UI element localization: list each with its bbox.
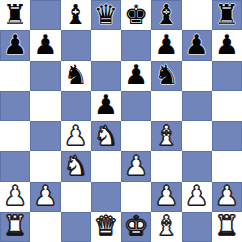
square-g2[interactable]: ♟ <box>182 182 212 212</box>
square-h7[interactable]: ♟ <box>212 30 242 60</box>
square-c3[interactable]: ♞ <box>61 151 91 181</box>
white-pawn[interactable]: ♟ <box>33 182 57 209</box>
square-h6[interactable] <box>212 61 242 91</box>
square-g1[interactable] <box>182 212 212 242</box>
square-a2[interactable]: ♟ <box>0 182 30 212</box>
square-f2[interactable]: ♟ <box>151 182 181 212</box>
black-knight[interactable]: ♞ <box>64 61 88 88</box>
square-g4[interactable] <box>182 121 212 151</box>
square-e5[interactable] <box>121 91 151 121</box>
square-c6[interactable]: ♞ <box>61 61 91 91</box>
square-b2[interactable]: ♟ <box>30 182 60 212</box>
black-bishop[interactable]: ♝ <box>154 1 178 28</box>
square-g5[interactable] <box>182 91 212 121</box>
black-pawn[interactable]: ♟ <box>3 31 27 58</box>
square-h3[interactable] <box>212 151 242 181</box>
white-pawn[interactable]: ♟ <box>124 152 148 179</box>
white-rook[interactable]: ♜ <box>215 212 239 239</box>
square-b4[interactable] <box>30 121 60 151</box>
square-a7[interactable]: ♟ <box>0 30 30 60</box>
black-queen[interactable]: ♛ <box>94 1 118 28</box>
square-h5[interactable] <box>212 91 242 121</box>
white-bishop[interactable]: ♝ <box>154 122 178 149</box>
black-pawn[interactable]: ♟ <box>185 31 209 58</box>
square-a1[interactable]: ♜ <box>0 212 30 242</box>
square-b8[interactable] <box>30 0 60 30</box>
square-g8[interactable] <box>182 0 212 30</box>
square-g3[interactable] <box>182 151 212 181</box>
black-knight[interactable]: ♞ <box>154 61 178 88</box>
square-f3[interactable] <box>151 151 181 181</box>
square-f1[interactable]: ♝ <box>151 212 181 242</box>
square-f4[interactable]: ♝ <box>151 121 181 151</box>
square-d6[interactable] <box>91 61 121 91</box>
square-d1[interactable]: ♛ <box>91 212 121 242</box>
square-f6[interactable]: ♞ <box>151 61 181 91</box>
square-c5[interactable] <box>61 91 91 121</box>
white-pawn[interactable]: ♟ <box>3 182 27 209</box>
square-h8[interactable]: ♜ <box>212 0 242 30</box>
square-b7[interactable]: ♟ <box>30 30 60 60</box>
square-d7[interactable] <box>91 30 121 60</box>
black-bishop[interactable]: ♝ <box>64 1 88 28</box>
square-f7[interactable]: ♟ <box>151 30 181 60</box>
square-d3[interactable] <box>91 151 121 181</box>
square-c1[interactable] <box>61 212 91 242</box>
square-b3[interactable] <box>30 151 60 181</box>
black-pawn[interactable]: ♟ <box>124 61 148 88</box>
black-pawn[interactable]: ♟ <box>94 91 118 118</box>
square-e7[interactable] <box>121 30 151 60</box>
square-a3[interactable] <box>0 151 30 181</box>
square-a8[interactable]: ♜ <box>0 0 30 30</box>
square-d5[interactable]: ♟ <box>91 91 121 121</box>
square-f5[interactable] <box>151 91 181 121</box>
square-g6[interactable] <box>182 61 212 91</box>
square-a6[interactable] <box>0 61 30 91</box>
square-b1[interactable] <box>30 212 60 242</box>
square-e6[interactable]: ♟ <box>121 61 151 91</box>
white-king[interactable]: ♚ <box>124 212 148 239</box>
chess-board: ♜♝♛♚♝♜♟♟♟♟♟♞♟♞♟♟♞♝♞♟♟♟♟♟♟♜♛♚♝♜ <box>0 0 242 242</box>
square-d8[interactable]: ♛ <box>91 0 121 30</box>
black-pawn[interactable]: ♟ <box>215 31 239 58</box>
square-d2[interactable] <box>91 182 121 212</box>
square-e2[interactable] <box>121 182 151 212</box>
square-e3[interactable]: ♟ <box>121 151 151 181</box>
black-rook[interactable]: ♜ <box>215 1 239 28</box>
white-pawn[interactable]: ♟ <box>185 182 209 209</box>
white-queen[interactable]: ♛ <box>94 212 118 239</box>
square-e8[interactable]: ♚ <box>121 0 151 30</box>
white-knight[interactable]: ♞ <box>64 152 88 179</box>
square-h1[interactable]: ♜ <box>212 212 242 242</box>
white-pawn[interactable]: ♟ <box>154 182 178 209</box>
white-pawn[interactable]: ♟ <box>64 122 88 149</box>
white-knight[interactable]: ♞ <box>94 122 118 149</box>
square-c8[interactable]: ♝ <box>61 0 91 30</box>
square-c4[interactable]: ♟ <box>61 121 91 151</box>
square-a4[interactable] <box>0 121 30 151</box>
white-pawn[interactable]: ♟ <box>215 182 239 209</box>
white-bishop[interactable]: ♝ <box>154 212 178 239</box>
square-d4[interactable]: ♞ <box>91 121 121 151</box>
black-king[interactable]: ♚ <box>124 1 148 28</box>
square-e1[interactable]: ♚ <box>121 212 151 242</box>
square-a5[interactable] <box>0 91 30 121</box>
square-c7[interactable] <box>61 30 91 60</box>
black-pawn[interactable]: ♟ <box>33 31 57 58</box>
black-rook[interactable]: ♜ <box>3 1 27 28</box>
black-pawn[interactable]: ♟ <box>154 31 178 58</box>
square-b6[interactable] <box>30 61 60 91</box>
square-g7[interactable]: ♟ <box>182 30 212 60</box>
square-h2[interactable]: ♟ <box>212 182 242 212</box>
square-c2[interactable] <box>61 182 91 212</box>
white-rook[interactable]: ♜ <box>3 212 27 239</box>
square-h4[interactable] <box>212 121 242 151</box>
square-e4[interactable] <box>121 121 151 151</box>
square-b5[interactable] <box>30 91 60 121</box>
square-f8[interactable]: ♝ <box>151 0 181 30</box>
